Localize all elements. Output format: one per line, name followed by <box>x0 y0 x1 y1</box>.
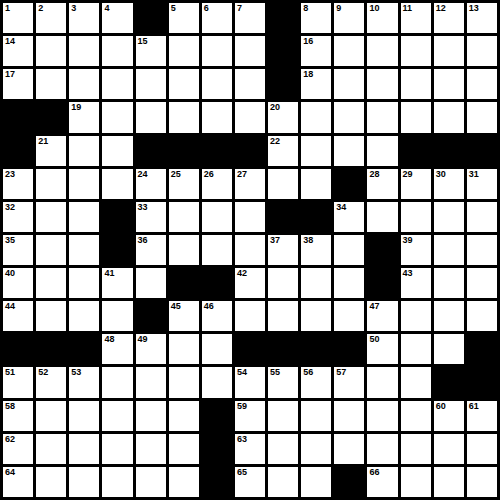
cell-r5c3[interactable] <box>69 136 99 166</box>
clue-number-65: 65 <box>237 468 247 477</box>
clue-number-15: 15 <box>138 37 148 46</box>
cell-r9c8[interactable]: 42 <box>235 268 265 298</box>
block-cell-r5c5 <box>136 136 166 166</box>
clue-number-44: 44 <box>5 302 15 311</box>
cell-r12c2[interactable]: 52 <box>36 367 66 397</box>
cell-r15c5[interactable] <box>136 467 166 497</box>
cell-r9c14[interactable] <box>434 268 464 298</box>
clue-number-62: 62 <box>5 435 15 444</box>
block-cell-r9c12 <box>367 268 397 298</box>
cell-r6c8[interactable]: 27 <box>235 169 265 199</box>
cell-r2c14[interactable] <box>434 36 464 66</box>
cell-r15c13[interactable] <box>401 467 431 497</box>
clue-number-21: 21 <box>38 137 48 146</box>
block-cell-r11c2 <box>36 334 66 364</box>
cell-r11c5[interactable]: 49 <box>136 334 166 364</box>
block-cell-r15c7 <box>202 467 232 497</box>
cell-r2c13[interactable] <box>401 36 431 66</box>
clue-number-46: 46 <box>204 302 214 311</box>
cell-r4c15[interactable] <box>467 102 497 132</box>
cell-r14c5[interactable] <box>136 434 166 464</box>
cell-r2c1[interactable]: 14 <box>3 36 33 66</box>
cell-r2c11[interactable] <box>334 36 364 66</box>
cell-r8c3[interactable] <box>69 235 99 265</box>
block-cell-r9c6 <box>169 268 199 298</box>
cell-r6c12[interactable]: 28 <box>367 169 397 199</box>
cell-r1c7[interactable]: 6 <box>202 3 232 33</box>
clue-number-53: 53 <box>71 368 81 377</box>
cell-r7c11[interactable]: 34 <box>334 202 364 232</box>
cell-r10c6[interactable]: 45 <box>169 301 199 331</box>
clue-number-59: 59 <box>237 402 247 411</box>
clue-number-57: 57 <box>336 368 346 377</box>
cell-r7c3[interactable] <box>69 202 99 232</box>
cell-r4c12[interactable] <box>367 102 397 132</box>
cell-r10c15[interactable] <box>467 301 497 331</box>
clue-number-10: 10 <box>369 4 379 13</box>
block-cell-r7c4 <box>102 202 132 232</box>
cell-r7c6[interactable] <box>169 202 199 232</box>
cell-r14c4[interactable] <box>102 434 132 464</box>
cell-r15c15[interactable] <box>467 467 497 497</box>
cell-r13c15[interactable]: 61 <box>467 401 497 431</box>
block-cell-r8c12 <box>367 235 397 265</box>
cell-r13c11[interactable] <box>334 401 364 431</box>
block-cell-r5c14 <box>434 136 464 166</box>
clue-number-23: 23 <box>5 170 15 179</box>
cell-r13c5[interactable] <box>136 401 166 431</box>
cell-r10c11[interactable] <box>334 301 364 331</box>
cell-r10c7[interactable]: 46 <box>202 301 232 331</box>
cell-r3c11[interactable] <box>334 69 364 99</box>
block-cell-r5c7 <box>202 136 232 166</box>
clue-number-50: 50 <box>369 335 379 344</box>
cell-r9c3[interactable] <box>69 268 99 298</box>
clue-number-6: 6 <box>204 4 209 13</box>
block-cell-r6c11 <box>334 169 364 199</box>
cell-r1c13[interactable]: 11 <box>401 3 431 33</box>
cell-r13c2[interactable] <box>36 401 66 431</box>
cell-r1c6[interactable]: 5 <box>169 3 199 33</box>
cell-r1c4[interactable]: 4 <box>102 3 132 33</box>
cell-r3c14[interactable] <box>434 69 464 99</box>
clue-number-5: 5 <box>171 4 176 13</box>
cell-r9c9[interactable] <box>268 268 298 298</box>
cell-r8c9[interactable]: 37 <box>268 235 298 265</box>
clue-number-22: 22 <box>270 137 280 146</box>
block-cell-r7c9 <box>268 202 298 232</box>
cell-r7c2[interactable] <box>36 202 66 232</box>
cell-r15c4[interactable] <box>102 467 132 497</box>
cell-r7c8[interactable] <box>235 202 265 232</box>
cell-r10c8[interactable] <box>235 301 265 331</box>
cell-r15c3[interactable] <box>69 467 99 497</box>
cell-r4c6[interactable] <box>169 102 199 132</box>
clue-number-35: 35 <box>5 236 15 245</box>
cell-r3c13[interactable] <box>401 69 431 99</box>
cell-r15c14[interactable] <box>434 467 464 497</box>
clue-number-37: 37 <box>270 236 280 245</box>
cell-r14c10[interactable] <box>301 434 331 464</box>
cell-r13c14[interactable]: 60 <box>434 401 464 431</box>
clue-number-49: 49 <box>138 335 148 344</box>
cell-r3c15[interactable] <box>467 69 497 99</box>
cell-r9c1[interactable]: 40 <box>3 268 33 298</box>
cell-r12c4[interactable] <box>102 367 132 397</box>
clue-number-43: 43 <box>403 269 413 278</box>
block-cell-r7c10 <box>301 202 331 232</box>
cell-r10c1[interactable]: 44 <box>3 301 33 331</box>
cell-r7c13[interactable] <box>401 202 431 232</box>
cell-r6c4[interactable] <box>102 169 132 199</box>
cell-r11c4[interactable]: 48 <box>102 334 132 364</box>
block-cell-r5c15 <box>467 136 497 166</box>
cell-r2c15[interactable] <box>467 36 497 66</box>
clue-number-32: 32 <box>5 203 15 212</box>
cell-r2c3[interactable] <box>69 36 99 66</box>
cell-r4c3[interactable]: 19 <box>69 102 99 132</box>
clue-number-54: 54 <box>237 368 247 377</box>
block-cell-r11c3 <box>69 334 99 364</box>
cell-r6c5[interactable]: 24 <box>136 169 166 199</box>
clue-number-52: 52 <box>38 368 48 377</box>
cell-r14c12[interactable] <box>367 434 397 464</box>
cell-r10c13[interactable] <box>401 301 431 331</box>
clue-number-58: 58 <box>5 402 15 411</box>
cell-r14c15[interactable] <box>467 434 497 464</box>
clue-number-8: 8 <box>303 4 308 13</box>
cell-r5c12[interactable] <box>367 136 397 166</box>
cell-r4c7[interactable] <box>202 102 232 132</box>
cell-r1c14[interactable]: 12 <box>434 3 464 33</box>
cell-r13c4[interactable] <box>102 401 132 431</box>
clue-number-17: 17 <box>5 70 15 79</box>
cell-r2c6[interactable] <box>169 36 199 66</box>
cell-r12c8[interactable]: 54 <box>235 367 265 397</box>
cell-r10c4[interactable] <box>102 301 132 331</box>
block-cell-r1c5 <box>136 3 166 33</box>
block-cell-r12c14 <box>434 367 464 397</box>
block-cell-r11c8 <box>235 334 265 364</box>
cell-r2c7[interactable] <box>202 36 232 66</box>
cell-r11c12[interactable]: 50 <box>367 334 397 364</box>
cell-r12c11[interactable]: 57 <box>334 367 364 397</box>
clue-number-31: 31 <box>469 170 479 179</box>
cell-r11c6[interactable] <box>169 334 199 364</box>
block-cell-r10c5 <box>136 301 166 331</box>
clue-number-60: 60 <box>436 402 446 411</box>
block-cell-r13c7 <box>202 401 232 431</box>
cell-r2c10[interactable]: 16 <box>301 36 331 66</box>
cell-r12c9[interactable]: 55 <box>268 367 298 397</box>
cell-r5c11[interactable] <box>334 136 364 166</box>
cell-r8c2[interactable] <box>36 235 66 265</box>
clue-number-24: 24 <box>138 170 148 179</box>
cell-r10c9[interactable] <box>268 301 298 331</box>
cell-r12c12[interactable] <box>367 367 397 397</box>
block-cell-r2c9 <box>268 36 298 66</box>
cell-r11c13[interactable] <box>401 334 431 364</box>
cell-r5c2[interactable]: 21 <box>36 136 66 166</box>
clue-number-3: 3 <box>71 4 76 13</box>
cell-r10c2[interactable] <box>36 301 66 331</box>
cell-r13c1[interactable]: 58 <box>3 401 33 431</box>
cell-r8c11[interactable] <box>334 235 364 265</box>
cell-r12c1[interactable]: 51 <box>3 367 33 397</box>
cell-r3c2[interactable] <box>36 69 66 99</box>
clue-number-56: 56 <box>303 368 313 377</box>
cell-r9c15[interactable] <box>467 268 497 298</box>
cell-r14c13[interactable] <box>401 434 431 464</box>
block-cell-r11c11 <box>334 334 364 364</box>
cell-r1c12[interactable]: 10 <box>367 3 397 33</box>
cell-r2c8[interactable] <box>235 36 265 66</box>
cell-r13c13[interactable] <box>401 401 431 431</box>
cell-r2c4[interactable] <box>102 36 132 66</box>
cell-r15c6[interactable] <box>169 467 199 497</box>
cell-r12c10[interactable]: 56 <box>301 367 331 397</box>
cell-r15c10[interactable] <box>301 467 331 497</box>
cell-r14c9[interactable] <box>268 434 298 464</box>
cell-r6c10[interactable] <box>301 169 331 199</box>
clue-number-48: 48 <box>104 335 114 344</box>
cell-r9c11[interactable] <box>334 268 364 298</box>
block-cell-r5c8 <box>235 136 265 166</box>
cell-r3c1[interactable]: 17 <box>3 69 33 99</box>
clue-number-34: 34 <box>336 203 346 212</box>
cell-r13c8[interactable]: 59 <box>235 401 265 431</box>
cell-r8c8[interactable] <box>235 235 265 265</box>
clue-number-33: 33 <box>138 203 148 212</box>
block-cell-r4c1 <box>3 102 33 132</box>
block-cell-r11c10 <box>301 334 331 364</box>
cell-r3c5[interactable] <box>136 69 166 99</box>
cell-r9c10[interactable] <box>301 268 331 298</box>
cell-r10c14[interactable] <box>434 301 464 331</box>
cell-r4c5[interactable] <box>136 102 166 132</box>
clue-number-30: 30 <box>436 170 446 179</box>
cell-r15c1[interactable]: 64 <box>3 467 33 497</box>
clue-number-27: 27 <box>237 170 247 179</box>
cell-r1c15[interactable]: 13 <box>467 3 497 33</box>
cell-r12c3[interactable]: 53 <box>69 367 99 397</box>
block-cell-r11c1 <box>3 334 33 364</box>
cell-r6c6[interactable]: 25 <box>169 169 199 199</box>
cell-r6c2[interactable] <box>36 169 66 199</box>
cell-r9c4[interactable]: 41 <box>102 268 132 298</box>
cell-r7c5[interactable]: 33 <box>136 202 166 232</box>
clue-number-7: 7 <box>237 4 242 13</box>
cell-r9c2[interactable] <box>36 268 66 298</box>
cell-r9c13[interactable]: 43 <box>401 268 431 298</box>
cell-r10c12[interactable]: 47 <box>367 301 397 331</box>
cell-r8c14[interactable] <box>434 235 464 265</box>
cell-r12c6[interactable] <box>169 367 199 397</box>
clue-number-28: 28 <box>369 170 379 179</box>
cell-r9c5[interactable] <box>136 268 166 298</box>
cell-r13c6[interactable] <box>169 401 199 431</box>
clue-number-63: 63 <box>237 435 247 444</box>
cell-r2c12[interactable] <box>367 36 397 66</box>
cell-r12c5[interactable] <box>136 367 166 397</box>
clue-number-18: 18 <box>303 70 313 79</box>
clue-number-26: 26 <box>204 170 214 179</box>
cell-r7c7[interactable] <box>202 202 232 232</box>
cell-r10c10[interactable] <box>301 301 331 331</box>
clue-number-11: 11 <box>403 4 413 13</box>
cell-r12c7[interactable] <box>202 367 232 397</box>
block-cell-r5c13 <box>401 136 431 166</box>
clue-number-25: 25 <box>171 170 181 179</box>
block-cell-r9c7 <box>202 268 232 298</box>
cell-r5c9[interactable]: 22 <box>268 136 298 166</box>
clue-number-14: 14 <box>5 37 15 46</box>
clue-number-20: 20 <box>270 103 280 112</box>
clue-number-39: 39 <box>403 236 413 245</box>
cell-r6c9[interactable] <box>268 169 298 199</box>
block-cell-r15c11 <box>334 467 364 497</box>
cell-r7c14[interactable] <box>434 202 464 232</box>
cell-r8c10[interactable]: 38 <box>301 235 331 265</box>
cell-r1c11[interactable]: 9 <box>334 3 364 33</box>
clue-number-51: 51 <box>5 368 15 377</box>
cell-r5c10[interactable] <box>301 136 331 166</box>
cell-r14c8[interactable]: 63 <box>235 434 265 464</box>
cell-r14c14[interactable] <box>434 434 464 464</box>
clue-number-55: 55 <box>270 368 280 377</box>
cell-r1c10[interactable]: 8 <box>301 3 331 33</box>
block-cell-r4c2 <box>36 102 66 132</box>
clue-number-16: 16 <box>303 37 313 46</box>
cell-r14c11[interactable] <box>334 434 364 464</box>
clue-number-13: 13 <box>469 4 479 13</box>
clue-number-12: 12 <box>436 4 446 13</box>
cell-r4c10[interactable] <box>301 102 331 132</box>
cell-r7c15[interactable] <box>467 202 497 232</box>
cell-r3c8[interactable] <box>235 69 265 99</box>
cell-r2c2[interactable] <box>36 36 66 66</box>
cell-r14c1[interactable]: 62 <box>3 434 33 464</box>
cell-r3c6[interactable] <box>169 69 199 99</box>
cell-r6c15[interactable]: 31 <box>467 169 497 199</box>
clue-number-42: 42 <box>237 269 247 278</box>
block-cell-r14c7 <box>202 434 232 464</box>
cell-r11c7[interactable] <box>202 334 232 364</box>
cell-r14c2[interactable] <box>36 434 66 464</box>
block-cell-r1c9 <box>268 3 298 33</box>
cell-r6c14[interactable]: 30 <box>434 169 464 199</box>
clue-number-4: 4 <box>104 4 109 13</box>
cell-r4c9[interactable]: 20 <box>268 102 298 132</box>
cell-r15c8[interactable]: 65 <box>235 467 265 497</box>
cell-r15c2[interactable] <box>36 467 66 497</box>
cell-r2c5[interactable]: 15 <box>136 36 166 66</box>
cell-r11c14[interactable] <box>434 334 464 364</box>
clue-number-41: 41 <box>104 269 114 278</box>
cell-r8c7[interactable] <box>202 235 232 265</box>
cell-r4c14[interactable] <box>434 102 464 132</box>
cell-r4c4[interactable] <box>102 102 132 132</box>
clue-number-45: 45 <box>171 302 181 311</box>
cell-r4c13[interactable] <box>401 102 431 132</box>
cell-r4c8[interactable] <box>235 102 265 132</box>
block-cell-r5c1 <box>3 136 33 166</box>
cell-r10c3[interactable] <box>69 301 99 331</box>
cell-r13c12[interactable] <box>367 401 397 431</box>
cell-r15c12[interactable]: 66 <box>367 467 397 497</box>
clue-number-29: 29 <box>403 170 413 179</box>
block-cell-r3c9 <box>268 69 298 99</box>
clue-number-38: 38 <box>303 236 313 245</box>
cell-r13c9[interactable] <box>268 401 298 431</box>
clue-number-9: 9 <box>336 4 341 13</box>
cell-r1c1[interactable]: 1 <box>3 3 33 33</box>
clue-number-36: 36 <box>138 236 148 245</box>
cell-r14c6[interactable] <box>169 434 199 464</box>
cell-r3c7[interactable] <box>202 69 232 99</box>
cell-r1c2[interactable]: 2 <box>36 3 66 33</box>
cell-r8c6[interactable] <box>169 235 199 265</box>
cell-r6c3[interactable] <box>69 169 99 199</box>
cell-r8c1[interactable]: 35 <box>3 235 33 265</box>
clue-number-64: 64 <box>5 468 15 477</box>
cell-r3c3[interactable] <box>69 69 99 99</box>
clue-number-61: 61 <box>469 402 479 411</box>
cell-r13c3[interactable] <box>69 401 99 431</box>
clue-number-66: 66 <box>369 468 379 477</box>
cell-r13c10[interactable] <box>301 401 331 431</box>
block-cell-r11c15 <box>467 334 497 364</box>
cell-r1c3[interactable]: 3 <box>69 3 99 33</box>
clue-number-40: 40 <box>5 269 15 278</box>
clue-number-19: 19 <box>71 103 81 112</box>
cell-r3c12[interactable] <box>367 69 397 99</box>
cell-r3c10[interactable]: 18 <box>301 69 331 99</box>
cell-r8c5[interactable]: 36 <box>136 235 166 265</box>
cell-r14c3[interactable] <box>69 434 99 464</box>
clue-number-47: 47 <box>369 302 379 311</box>
block-cell-r12c15 <box>467 367 497 397</box>
cell-r7c1[interactable]: 32 <box>3 202 33 232</box>
cell-r4c11[interactable] <box>334 102 364 132</box>
clue-number-2: 2 <box>38 4 43 13</box>
cell-r1c8[interactable]: 7 <box>235 3 265 33</box>
cell-r8c13[interactable]: 39 <box>401 235 431 265</box>
block-cell-r11c9 <box>268 334 298 364</box>
cell-r6c13[interactable]: 29 <box>401 169 431 199</box>
block-cell-r8c4 <box>102 235 132 265</box>
clue-number-1: 1 <box>5 4 10 13</box>
cell-r8c15[interactable] <box>467 235 497 265</box>
crossword-grid: 1234567891011121314151617181920212223242… <box>0 0 500 500</box>
cell-r7c12[interactable] <box>367 202 397 232</box>
cell-r12c13[interactable] <box>401 367 431 397</box>
block-cell-r5c6 <box>169 136 199 166</box>
cell-r6c7[interactable]: 26 <box>202 169 232 199</box>
cell-r3c4[interactable] <box>102 69 132 99</box>
cell-r6c1[interactable]: 23 <box>3 169 33 199</box>
cell-r15c9[interactable] <box>268 467 298 497</box>
cell-r5c4[interactable] <box>102 136 132 166</box>
